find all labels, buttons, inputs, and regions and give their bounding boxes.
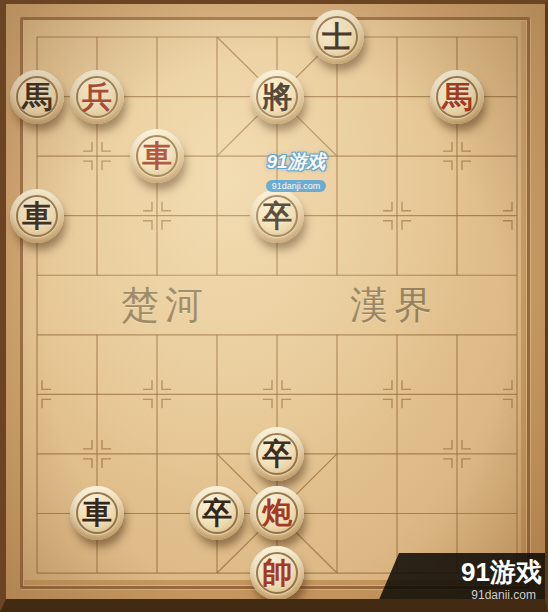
watermark-corner-subtitle: 91danji.com [372,588,542,602]
piece-red-general[interactable]: 帥 [250,546,304,600]
piece-glyph: 馬 [10,70,64,124]
piece-black-pawn[interactable]: 卒 [250,427,304,481]
piece-glyph: 兵 [70,70,124,124]
piece-red-cannon[interactable]: 炮 [250,486,304,540]
xiangqi-board: 楚河 漢界 士馬兵將馬車車卒卒車卒炮帥 91游戏 91danji.com 91游… [0,0,548,612]
piece-red-pawn[interactable]: 兵 [70,70,124,124]
river-label-right: 漢界 [350,280,438,331]
piece-glyph: 炮 [250,486,304,540]
piece-glyph: 車 [130,129,184,183]
piece-red-chariot[interactable]: 車 [130,129,184,183]
piece-glyph: 卒 [190,486,244,540]
piece-black-chariot[interactable]: 車 [70,486,124,540]
river-label-left: 楚河 [121,280,209,331]
piece-glyph: 將 [250,70,304,124]
piece-black-pawn[interactable]: 卒 [250,189,304,243]
piece-glyph: 車 [70,486,124,540]
piece-glyph: 士 [310,10,364,64]
piece-black-chariot[interactable]: 車 [10,189,64,243]
piece-black-pawn[interactable]: 卒 [190,486,244,540]
piece-black-general[interactable]: 將 [250,70,304,124]
piece-black-advisor[interactable]: 士 [310,10,364,64]
piece-red-horse[interactable]: 馬 [430,70,484,124]
piece-black-horse[interactable]: 馬 [10,70,64,124]
piece-glyph: 卒 [250,189,304,243]
piece-glyph: 卒 [250,427,304,481]
piece-glyph: 車 [10,189,64,243]
piece-glyph: 帥 [250,546,304,600]
piece-glyph: 馬 [430,70,484,124]
